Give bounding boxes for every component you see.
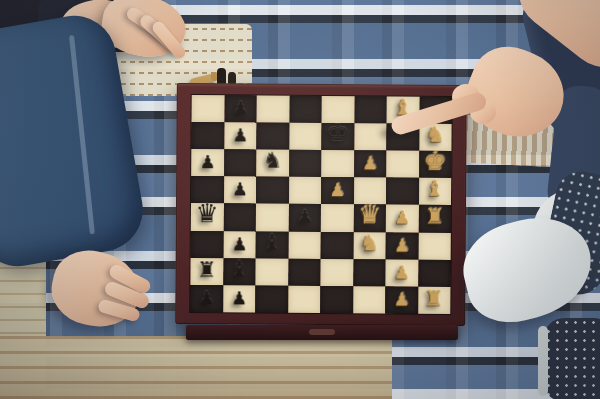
piece-bk-e7[interactable]: ♚ (321, 120, 354, 147)
piece-wr-h4[interactable]: ♜ (418, 203, 451, 230)
blanket-cream-band-bottom (0, 336, 392, 399)
square-f8[interactable] (354, 96, 387, 123)
square-f3[interactable]: ♞ (353, 232, 386, 259)
square-d8[interactable] (289, 96, 322, 123)
square-a1[interactable]: ♟ (190, 285, 223, 312)
square-d6[interactable] (289, 150, 322, 177)
square-c6[interactable]: ♞ (256, 150, 289, 177)
square-b6[interactable] (224, 150, 257, 177)
piece-bp-b1[interactable]: ♟ (223, 284, 256, 311)
square-b2[interactable]: ♝ (223, 258, 256, 285)
piece-bp-d4[interactable]: ♟ (288, 203, 321, 230)
square-f6[interactable]: ♟ (354, 150, 387, 177)
piece-wp-g1[interactable]: ♟ (385, 285, 418, 312)
shoe-sole (538, 326, 548, 396)
piece-wp-g4[interactable]: ♟ (386, 204, 419, 231)
square-g3[interactable]: ♟ (386, 232, 419, 259)
drawer-knob (309, 329, 335, 335)
piece-bb-c3[interactable]: ♝ (256, 228, 289, 255)
piece-bp-b5[interactable]: ♟ (224, 176, 257, 203)
piece-wb-h5[interactable]: ♝ (419, 175, 452, 202)
board-drawer[interactable] (186, 325, 458, 340)
square-g1[interactable]: ♟ (385, 286, 418, 313)
square-h5[interactable]: ♝ (418, 178, 451, 205)
square-a4[interactable]: ♛ (191, 204, 224, 231)
square-e6[interactable] (321, 150, 354, 177)
piece-bn-c6[interactable]: ♞ (256, 147, 289, 174)
photo-scene: ♟♝♟♚♞♟♞♟♚♟♟♝♛♟♛♟♜♟♝♞♟♜♝♟♟♟♟♜ (0, 0, 600, 399)
square-h2[interactable] (418, 259, 451, 286)
square-b1[interactable]: ♟ (223, 285, 256, 312)
piece-bp-a1[interactable]: ♟ (190, 284, 223, 311)
square-e4[interactable] (321, 204, 354, 231)
square-c8[interactable] (257, 96, 290, 123)
piece-bp-b3[interactable]: ♟ (223, 230, 256, 257)
square-a2[interactable]: ♜ (190, 258, 223, 285)
piece-bb-b2[interactable]: ♝ (223, 255, 256, 282)
square-d4[interactable]: ♟ (288, 204, 321, 231)
square-h4[interactable]: ♜ (418, 205, 451, 232)
square-c2[interactable] (255, 258, 288, 285)
piece-bp-b8[interactable]: ♟ (224, 94, 257, 121)
right-player-shoe-2 (544, 318, 600, 399)
square-b5[interactable]: ♟ (224, 177, 257, 204)
piece-wk-h6[interactable]: ♚ (419, 148, 452, 175)
square-e3[interactable] (321, 232, 354, 259)
square-e7[interactable]: ♚ (321, 123, 354, 150)
square-a8[interactable] (192, 95, 225, 122)
square-c1[interactable] (255, 285, 288, 312)
square-b7[interactable]: ♟ (224, 122, 257, 149)
square-f7[interactable] (354, 123, 387, 150)
square-d7[interactable] (289, 123, 322, 150)
piece-wr-h1[interactable]: ♜ (418, 284, 451, 311)
piece-bp-a6[interactable]: ♟ (191, 148, 224, 175)
square-d2[interactable] (288, 258, 321, 285)
square-g2[interactable]: ♟ (385, 259, 418, 286)
square-f1[interactable] (353, 286, 386, 313)
square-e1[interactable] (320, 286, 353, 313)
piece-wq-f4[interactable]: ♛ (353, 202, 386, 229)
square-d5[interactable] (289, 177, 322, 204)
square-c3[interactable]: ♝ (256, 231, 289, 258)
square-e5[interactable]: ♟ (321, 177, 354, 204)
piece-wp-f6[interactable]: ♟ (354, 149, 387, 176)
square-f2[interactable] (353, 259, 386, 286)
piece-wn-f3[interactable]: ♞ (353, 229, 386, 256)
square-g4[interactable]: ♟ (386, 205, 419, 232)
square-h3[interactable] (418, 232, 451, 259)
square-d3[interactable] (288, 231, 321, 258)
square-b4[interactable] (223, 204, 256, 231)
square-g5[interactable] (386, 178, 419, 205)
piece-wp-g2[interactable]: ♟ (385, 258, 418, 285)
piece-bq-a4[interactable]: ♛ (191, 201, 224, 228)
piece-wp-g3[interactable]: ♟ (386, 231, 419, 258)
square-c5[interactable] (256, 177, 289, 204)
square-b8[interactable]: ♟ (224, 95, 257, 122)
piece-bp-b7[interactable]: ♟ (224, 121, 257, 148)
square-g6[interactable] (386, 151, 419, 178)
square-d1[interactable] (288, 286, 321, 313)
square-a3[interactable] (191, 231, 224, 258)
square-a7[interactable] (191, 122, 224, 149)
square-h1[interactable]: ♜ (418, 286, 451, 313)
square-e2[interactable] (320, 259, 353, 286)
piece-wp-e5[interactable]: ♟ (321, 176, 354, 203)
square-a6[interactable]: ♟ (191, 149, 224, 176)
piece-br-a2[interactable]: ♜ (190, 256, 223, 283)
denim-seam (69, 35, 95, 234)
